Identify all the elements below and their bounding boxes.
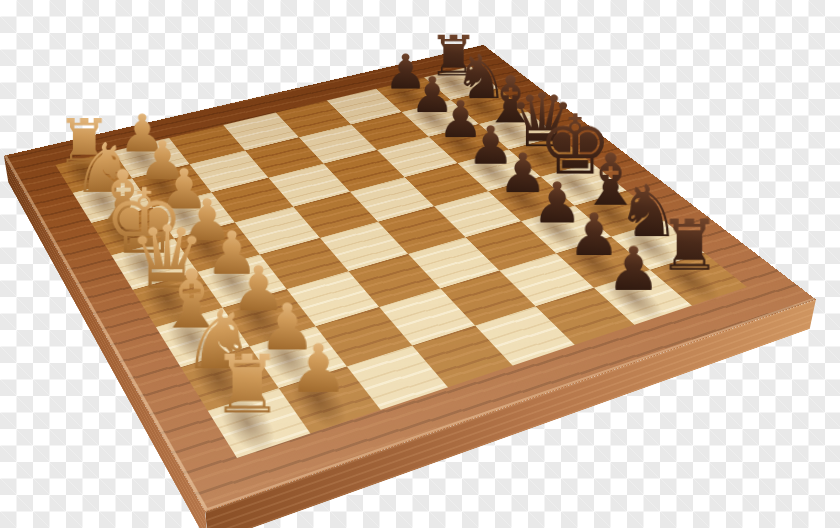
chess-board: ♜♞♟♝♟♛♟♚♟♝♟♞♟♜♟♟♟♟♜♟♞♟♝♟♚♟♛♟♝♟♞♜	[4, 45, 816, 512]
transparent-background: ♜♞♟♝♟♛♟♚♟♝♟♞♟♜♟♟♟♟♜♟♞♟♝♟♚♟♛♟♝♟♞♜	[0, 0, 840, 528]
white-rook-glyph: ♜	[174, 345, 321, 426]
black-pawn-glyph: ♟	[568, 239, 698, 300]
